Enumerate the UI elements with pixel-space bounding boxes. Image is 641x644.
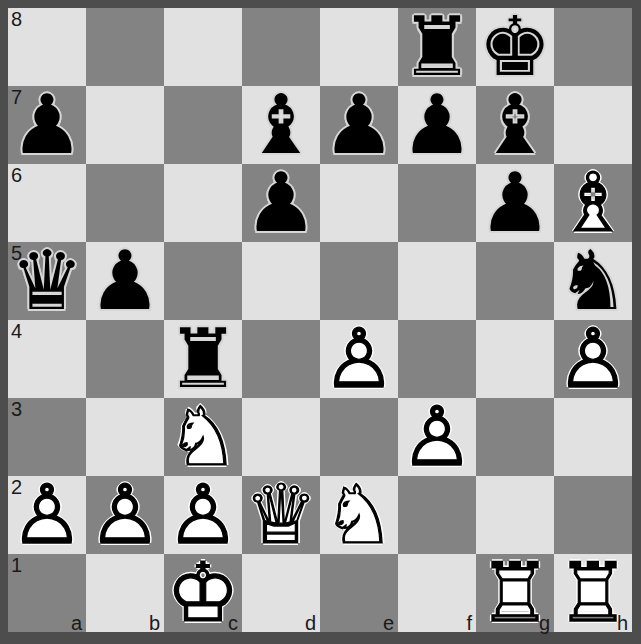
square-e6[interactable]: [320, 164, 398, 242]
white-pawn[interactable]: ♟♙: [398, 398, 476, 476]
square-g8[interactable]: ♚: [476, 8, 554, 86]
square-h8[interactable]: [554, 8, 632, 86]
square-g1[interactable]: g♜♖: [476, 554, 554, 632]
square-d4[interactable]: [242, 320, 320, 398]
white-pawn-outline: ♙: [86, 476, 164, 554]
black-pawn[interactable]: ♟: [398, 86, 476, 164]
white-rook-outline: ♖: [554, 554, 632, 632]
chess-board-frame: 8♜♚7♟♝♟♟♝6♟♟♝♗5♛♟♞4♜♟♙♟♙3♞♘♟♙2♟♙♟♙♟♙♛♕♞♘…: [0, 0, 641, 644]
square-f7[interactable]: ♟: [398, 86, 476, 164]
black-rook-glyph: ♜: [398, 8, 476, 86]
square-e5[interactable]: [320, 242, 398, 320]
black-rook[interactable]: ♜: [164, 320, 242, 398]
square-d6[interactable]: ♟: [242, 164, 320, 242]
white-pawn[interactable]: ♟♙: [164, 476, 242, 554]
square-h6[interactable]: ♝♗: [554, 164, 632, 242]
square-a1[interactable]: 1a: [8, 554, 86, 632]
white-king-outline: ♔: [164, 554, 242, 632]
white-pawn-outline: ♙: [8, 476, 86, 554]
black-pawn[interactable]: ♟: [476, 164, 554, 242]
square-c7[interactable]: [164, 86, 242, 164]
black-pawn-glyph: ♟: [86, 242, 164, 320]
rank-label: 4: [11, 320, 22, 342]
white-rook[interactable]: ♜♖: [554, 554, 632, 632]
white-pawn-outline: ♙: [320, 320, 398, 398]
chess-board: 8♜♚7♟♝♟♟♝6♟♟♝♗5♛♟♞4♜♟♙♟♙3♞♘♟♙2♟♙♟♙♟♙♛♕♞♘…: [8, 8, 632, 632]
square-b2[interactable]: ♟♙: [86, 476, 164, 554]
black-queen[interactable]: ♛: [8, 242, 86, 320]
black-knight[interactable]: ♞: [554, 242, 632, 320]
square-d5[interactable]: [242, 242, 320, 320]
square-d2[interactable]: ♛♕: [242, 476, 320, 554]
white-pawn-outline: ♙: [398, 398, 476, 476]
white-pawn-outline: ♙: [554, 320, 632, 398]
square-a3[interactable]: 3: [8, 398, 86, 476]
white-bishop[interactable]: ♝♗: [554, 164, 632, 242]
black-pawn[interactable]: ♟: [242, 164, 320, 242]
white-rook-outline: ♖: [476, 554, 554, 632]
rank-label: 6: [11, 164, 22, 186]
black-bishop[interactable]: ♝: [476, 86, 554, 164]
square-b3[interactable]: [86, 398, 164, 476]
square-g2[interactable]: [476, 476, 554, 554]
square-c1[interactable]: c♚♔: [164, 554, 242, 632]
square-c6[interactable]: [164, 164, 242, 242]
rank-label: 3: [11, 398, 22, 420]
square-a8[interactable]: 8: [8, 8, 86, 86]
square-h1[interactable]: h♜♖: [554, 554, 632, 632]
square-f8[interactable]: ♜: [398, 8, 476, 86]
square-g7[interactable]: ♝: [476, 86, 554, 164]
file-label: b: [149, 612, 160, 634]
black-pawn[interactable]: ♟: [86, 242, 164, 320]
square-a2[interactable]: 2♟♙: [8, 476, 86, 554]
black-king-glyph: ♚: [476, 8, 554, 86]
square-f2[interactable]: [398, 476, 476, 554]
square-a6[interactable]: 6: [8, 164, 86, 242]
rank-label: 8: [11, 8, 22, 30]
square-f6[interactable]: [398, 164, 476, 242]
square-e2[interactable]: ♞♘: [320, 476, 398, 554]
white-bishop-outline: ♗: [554, 164, 632, 242]
white-pawn[interactable]: ♟♙: [8, 476, 86, 554]
white-knight-outline: ♘: [164, 398, 242, 476]
black-pawn-glyph: ♟: [476, 164, 554, 242]
square-c4[interactable]: ♜: [164, 320, 242, 398]
white-queen[interactable]: ♛♕: [242, 476, 320, 554]
black-pawn-glyph: ♟: [8, 86, 86, 164]
square-c5[interactable]: [164, 242, 242, 320]
white-knight[interactable]: ♞♘: [164, 398, 242, 476]
black-king[interactable]: ♚: [476, 8, 554, 86]
square-c3[interactable]: ♞♘: [164, 398, 242, 476]
square-b8[interactable]: [86, 8, 164, 86]
square-g6[interactable]: ♟: [476, 164, 554, 242]
white-pawn-outline: ♙: [164, 476, 242, 554]
black-pawn[interactable]: ♟: [320, 86, 398, 164]
white-knight[interactable]: ♞♘: [320, 476, 398, 554]
white-king[interactable]: ♚♔: [164, 554, 242, 632]
square-f4[interactable]: [398, 320, 476, 398]
square-b5[interactable]: ♟: [86, 242, 164, 320]
black-bishop-glyph: ♝: [242, 86, 320, 164]
square-g3[interactable]: [476, 398, 554, 476]
black-rook[interactable]: ♜: [398, 8, 476, 86]
white-rook[interactable]: ♜♖: [476, 554, 554, 632]
square-b7[interactable]: [86, 86, 164, 164]
file-label: a: [71, 612, 82, 634]
white-queen-outline: ♕: [242, 476, 320, 554]
white-pawn[interactable]: ♟♙: [320, 320, 398, 398]
square-h5[interactable]: ♞: [554, 242, 632, 320]
black-pawn-glyph: ♟: [320, 86, 398, 164]
square-b1[interactable]: b: [86, 554, 164, 632]
white-pawn[interactable]: ♟♙: [86, 476, 164, 554]
square-f3[interactable]: ♟♙: [398, 398, 476, 476]
square-a5[interactable]: 5♛: [8, 242, 86, 320]
square-h2[interactable]: [554, 476, 632, 554]
white-pawn[interactable]: ♟♙: [554, 320, 632, 398]
square-h4[interactable]: ♟♙: [554, 320, 632, 398]
black-pawn-glyph: ♟: [398, 86, 476, 164]
square-e7[interactable]: ♟: [320, 86, 398, 164]
file-label: d: [305, 612, 316, 634]
black-pawn[interactable]: ♟: [8, 86, 86, 164]
square-g5[interactable]: [476, 242, 554, 320]
black-bishop[interactable]: ♝: [242, 86, 320, 164]
black-bishop-glyph: ♝: [476, 86, 554, 164]
square-c2[interactable]: ♟♙: [164, 476, 242, 554]
black-queen-glyph: ♛: [8, 242, 86, 320]
square-b4[interactable]: [86, 320, 164, 398]
square-f1[interactable]: f: [398, 554, 476, 632]
black-knight-glyph: ♞: [554, 242, 632, 320]
black-pawn-glyph: ♟: [242, 164, 320, 242]
rank-label: 1: [11, 554, 22, 576]
square-d1[interactable]: d: [242, 554, 320, 632]
square-h7[interactable]: [554, 86, 632, 164]
square-h3[interactable]: [554, 398, 632, 476]
square-e3[interactable]: [320, 398, 398, 476]
square-d8[interactable]: [242, 8, 320, 86]
square-d3[interactable]: [242, 398, 320, 476]
file-label: e: [383, 612, 394, 634]
square-e4[interactable]: ♟♙: [320, 320, 398, 398]
square-e1[interactable]: e: [320, 554, 398, 632]
square-a4[interactable]: 4: [8, 320, 86, 398]
square-b6[interactable]: [86, 164, 164, 242]
black-rook-glyph: ♜: [164, 320, 242, 398]
white-knight-outline: ♘: [320, 476, 398, 554]
file-label: f: [466, 612, 472, 634]
square-a7[interactable]: 7♟: [8, 86, 86, 164]
square-e8[interactable]: [320, 8, 398, 86]
square-g4[interactable]: [476, 320, 554, 398]
square-c8[interactable]: [164, 8, 242, 86]
square-d7[interactable]: ♝: [242, 86, 320, 164]
square-f5[interactable]: [398, 242, 476, 320]
